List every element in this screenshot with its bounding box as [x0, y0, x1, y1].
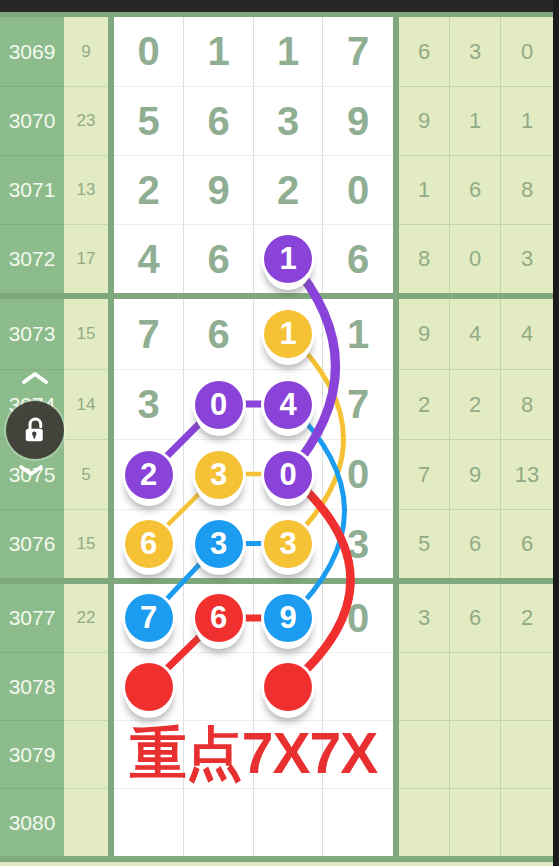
period-label: 3073 — [9, 322, 56, 346]
cell-digit: 0 — [347, 168, 369, 213]
count-cell — [64, 720, 108, 788]
digit-cell — [323, 652, 393, 720]
period-label: 3078 — [9, 675, 56, 699]
table-row: 3080 — [0, 788, 553, 856]
count-cell: 17 — [64, 224, 108, 293]
stat-cell: 1 — [450, 86, 501, 155]
stat-value: 2 — [521, 605, 533, 631]
trend-dot-red — [264, 663, 312, 711]
stat-cell: 2 — [501, 584, 553, 652]
stat-cell: 8 — [501, 155, 553, 224]
cell-digit: 1 — [207, 29, 229, 74]
trend-circle-yellow: 1 — [264, 310, 312, 358]
cell-digit: 9 — [347, 99, 369, 144]
cell-digit: 7 — [347, 382, 369, 427]
stat-value: 6 — [521, 531, 533, 557]
digit-cell: 4 — [114, 224, 184, 293]
chevron-down-icon[interactable] — [18, 464, 44, 477]
stat-cell: 4 — [501, 299, 553, 369]
period-label: 3070 — [9, 109, 56, 133]
stat-cell: 6 — [450, 584, 501, 652]
cell-digit: 0 — [137, 29, 159, 74]
trend-circle-red: 6 — [195, 594, 243, 642]
period-label: 3077 — [9, 606, 56, 630]
trend-dot-red — [125, 663, 173, 711]
trend-circle-purple: 0 — [264, 451, 312, 499]
stat-cell — [501, 652, 553, 720]
period-cell: 3073 — [0, 299, 64, 369]
stat-cell: 6 — [501, 509, 553, 578]
top-dark-bar — [0, 0, 559, 12]
table-row: 3074143047228 — [0, 369, 553, 439]
stat-cell: 7 — [399, 439, 450, 509]
stat-cell: 3 — [501, 224, 553, 293]
digit-cell: 0 — [254, 439, 323, 509]
table-row: 3073157611944 — [0, 299, 553, 369]
stat-cell — [450, 720, 501, 788]
stat-cell: 1 — [501, 86, 553, 155]
digit-cell: 1 — [323, 299, 393, 369]
trend-circle-blue: 9 — [264, 594, 312, 642]
stat-value: 2 — [469, 392, 481, 418]
digit-cell — [114, 652, 184, 720]
table-row: 3075523007913 — [0, 439, 553, 509]
digit-cell: 9 — [323, 86, 393, 155]
chevron-up-icon[interactable] — [20, 370, 50, 386]
stat-value: 6 — [469, 605, 481, 631]
trend-circle-purple: 4 — [264, 381, 312, 429]
table-row: 3071132920168 — [0, 155, 553, 224]
period-cell: 3078 — [0, 652, 64, 720]
circle-digit: 0 — [279, 457, 296, 493]
table-row: 3077227690362 — [0, 584, 553, 652]
cell-digit: 2 — [137, 168, 159, 213]
digit-cell: 3 — [323, 509, 393, 578]
circle-digit: 1 — [279, 316, 296, 352]
table-row: 306990117630 — [0, 17, 553, 86]
digit-cell — [254, 652, 323, 720]
digit-cell: 6 — [184, 584, 254, 652]
highlight-annotation: 重点7X7X — [114, 722, 393, 786]
trend-circle-yellow: 3 — [264, 520, 312, 568]
digit-cell: 3 — [184, 439, 254, 509]
count-value: 5 — [81, 465, 90, 485]
stat-value: 1 — [469, 108, 481, 134]
table-row: 3076156333566 — [0, 509, 553, 578]
cell-digit: 9 — [207, 168, 229, 213]
circle-digit: 9 — [279, 600, 296, 636]
stat-value: 3 — [521, 246, 533, 272]
digit-cell: 5 — [114, 86, 184, 155]
cell-digit: 3 — [137, 382, 159, 427]
circle-digit: 4 — [279, 387, 296, 423]
period-cell: 3072 — [0, 224, 64, 293]
cell-digit: 2 — [277, 168, 299, 213]
digit-cell: 3 — [254, 509, 323, 578]
period-label: 3072 — [9, 247, 56, 271]
count-value: 14 — [77, 395, 96, 415]
circle-digit: 6 — [210, 600, 227, 636]
cell-digit: 7 — [137, 312, 159, 357]
digit-cell: 6 — [114, 509, 184, 578]
stat-cell: 1 — [399, 155, 450, 224]
stat-value: 9 — [418, 321, 430, 347]
stat-cell: 13 — [501, 439, 553, 509]
digit-cell: 7 — [323, 369, 393, 439]
digit-cell: 0 — [114, 17, 184, 86]
stat-cell: 6 — [450, 509, 501, 578]
digit-cell: 7 — [114, 584, 184, 652]
digit-cell: 2 — [114, 155, 184, 224]
count-cell: 13 — [64, 155, 108, 224]
count-value: 17 — [77, 249, 96, 269]
cell-digit: 6 — [207, 312, 229, 357]
period-cell: 3079 — [0, 720, 64, 788]
digit-cell: 9 — [184, 155, 254, 224]
lock-open-icon — [20, 415, 50, 445]
stat-value: 5 — [418, 531, 430, 557]
digit-cell: 0 — [323, 155, 393, 224]
digit-cell: 1 — [254, 224, 323, 293]
stat-cell: 2 — [399, 369, 450, 439]
digit-cell: 6 — [184, 299, 254, 369]
cell-digit: 7 — [347, 29, 369, 74]
table-row: 3072174616803 — [0, 224, 553, 293]
count-cell: 15 — [64, 509, 108, 578]
stat-cell: 6 — [399, 17, 450, 86]
digit-cell: 9 — [254, 584, 323, 652]
table-row: 3078 — [0, 652, 553, 720]
digit-cell: 0 — [323, 584, 393, 652]
right-edge-strip — [553, 0, 559, 866]
period-cell: 3070 — [0, 86, 64, 155]
digit-cell — [184, 652, 254, 720]
trend-circle-purple: 2 — [125, 451, 173, 499]
count-value: 22 — [77, 608, 96, 628]
circle-digit: 7 — [140, 600, 157, 636]
count-cell: 9 — [64, 17, 108, 86]
table-row: 3070235639911 — [0, 86, 553, 155]
cell-digit: 3 — [277, 99, 299, 144]
cell-digit: 6 — [347, 237, 369, 282]
stat-cell: 6 — [450, 155, 501, 224]
digit-cell: 2 — [114, 439, 184, 509]
circle-digit: 0 — [210, 387, 227, 423]
count-value: 15 — [77, 534, 96, 554]
count-value: 13 — [77, 180, 96, 200]
stat-value: 7 — [418, 462, 430, 488]
cell-digit: 1 — [277, 29, 299, 74]
stat-cell: 8 — [501, 369, 553, 439]
stat-cell — [450, 652, 501, 720]
digit-cell: 3 — [184, 509, 254, 578]
stat-value: 6 — [469, 177, 481, 203]
stat-value: 6 — [469, 531, 481, 557]
count-cell: 5 — [64, 439, 108, 509]
digit-cell: 4 — [254, 369, 323, 439]
cell-digit: 3 — [347, 522, 369, 567]
cell-digit: 4 — [137, 237, 159, 282]
trend-chart-screen: 3069901176303070235639911307113292016830… — [0, 0, 559, 866]
stat-value: 9 — [469, 462, 481, 488]
digit-cell: 6 — [184, 224, 254, 293]
cell-digit: 5 — [137, 99, 159, 144]
stat-cell — [450, 788, 501, 856]
stat-cell: 5 — [399, 509, 450, 578]
stat-cell: 4 — [450, 299, 501, 369]
cell-digit: 6 — [207, 237, 229, 282]
stat-cell: 9 — [399, 86, 450, 155]
count-value: 9 — [81, 42, 90, 62]
digit-cell: 3 — [114, 369, 184, 439]
count-value: 15 — [77, 324, 96, 344]
count-cell: 23 — [64, 86, 108, 155]
digit-cell: 6 — [323, 224, 393, 293]
digit-cell: 7 — [323, 17, 393, 86]
circle-digit: 2 — [140, 457, 157, 493]
trend-circle-blue: 7 — [125, 594, 173, 642]
stat-value: 4 — [469, 321, 481, 347]
digit-cell — [184, 788, 254, 856]
digit-cell: 3 — [254, 86, 323, 155]
cell-digit: 0 — [347, 596, 369, 641]
stat-cell — [399, 652, 450, 720]
circle-digit: 3 — [210, 526, 227, 562]
stat-value: 8 — [521, 392, 533, 418]
stat-cell: 0 — [450, 224, 501, 293]
stat-value: 4 — [521, 321, 533, 347]
count-cell: 15 — [64, 299, 108, 369]
trend-circle-purple: 1 — [264, 235, 312, 283]
stat-cell — [501, 720, 553, 788]
period-label: 3071 — [9, 178, 56, 202]
stat-cell: 3 — [450, 17, 501, 86]
cell-digit: 0 — [347, 452, 369, 497]
stat-cell — [399, 788, 450, 856]
stat-value: 3 — [469, 39, 481, 65]
period-cell: 3071 — [0, 155, 64, 224]
stat-cell: 2 — [450, 369, 501, 439]
trend-circle-yellow: 3 — [195, 451, 243, 499]
digit-cell: 2 — [254, 155, 323, 224]
period-label: 3080 — [9, 811, 56, 835]
circle-digit: 3 — [210, 457, 227, 493]
stat-value: 9 — [418, 108, 430, 134]
stat-value: 1 — [521, 108, 533, 134]
stat-cell — [501, 788, 553, 856]
trend-circle-yellow: 6 — [125, 520, 173, 568]
stat-value: 8 — [418, 246, 430, 272]
digit-cell: 1 — [254, 299, 323, 369]
stat-value: 3 — [418, 605, 430, 631]
stat-cell: 9 — [450, 439, 501, 509]
trend-circle-blue: 3 — [195, 520, 243, 568]
stat-value: 8 — [521, 177, 533, 203]
circle-digit: 1 — [279, 241, 296, 277]
count-cell — [64, 652, 108, 720]
digit-cell: 1 — [184, 17, 254, 86]
period-cell: 3069 — [0, 17, 64, 86]
period-label: 3069 — [9, 40, 56, 64]
digit-cell: 7 — [114, 299, 184, 369]
stat-cell: 8 — [399, 224, 450, 293]
digit-cell: 1 — [254, 17, 323, 86]
stat-value: 13 — [515, 462, 539, 488]
trend-circle-purple: 0 — [195, 381, 243, 429]
count-value: 23 — [77, 111, 96, 131]
period-label: 3076 — [9, 532, 56, 556]
stat-cell: 0 — [501, 17, 553, 86]
digit-cell — [323, 788, 393, 856]
lock-button[interactable] — [6, 401, 64, 459]
digit-cell: 0 — [323, 439, 393, 509]
period-cell: 3076 — [0, 509, 64, 578]
stat-cell — [399, 720, 450, 788]
digit-cell: 6 — [184, 86, 254, 155]
stat-value: 2 — [418, 392, 430, 418]
stat-cell: 3 — [399, 584, 450, 652]
count-cell: 22 — [64, 584, 108, 652]
count-cell — [64, 788, 108, 856]
circle-digit: 6 — [140, 526, 157, 562]
digit-cell — [114, 788, 184, 856]
digit-cell — [254, 788, 323, 856]
stat-value: 6 — [418, 39, 430, 65]
period-cell: 3077 — [0, 584, 64, 652]
bottom-edge-strip — [0, 862, 553, 866]
stat-value: 1 — [418, 177, 430, 203]
stat-value: 0 — [521, 39, 533, 65]
stat-value: 0 — [469, 246, 481, 272]
period-cell: 3080 — [0, 788, 64, 856]
cell-digit: 6 — [207, 99, 229, 144]
circle-digit: 3 — [279, 526, 296, 562]
digit-cell: 0 — [184, 369, 254, 439]
cell-digit: 1 — [347, 312, 369, 357]
count-cell: 14 — [64, 369, 108, 439]
stat-cell: 9 — [399, 299, 450, 369]
period-label: 3079 — [9, 743, 56, 767]
